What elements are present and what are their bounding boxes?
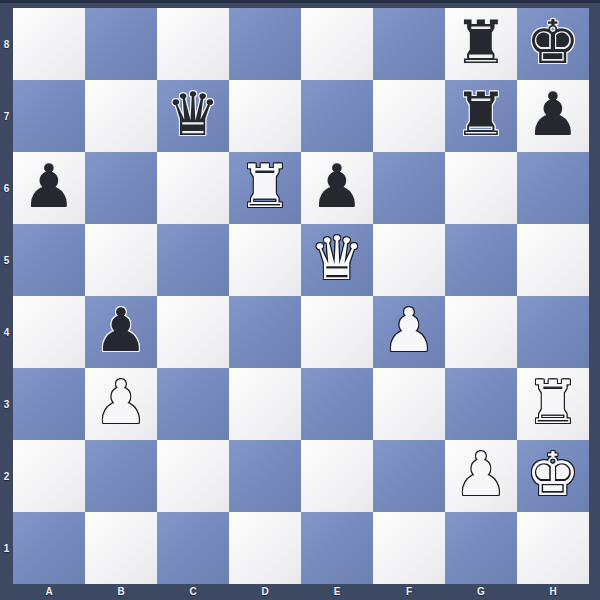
square-h2[interactable]: ♚ [517,440,589,512]
file-label-c: C [157,584,229,600]
square-a5[interactable] [13,224,85,296]
rank-label-8: 8 [0,8,13,80]
square-a3[interactable] [13,368,85,440]
black-queen[interactable]: ♛ [166,84,220,144]
rank-label-4: 4 [0,296,13,368]
file-label-g: G [445,584,517,600]
square-b5[interactable] [85,224,157,296]
square-b1[interactable] [85,512,157,584]
square-c1[interactable] [157,512,229,584]
file-label-f: F [373,584,445,600]
rank-label-2: 2 [0,440,13,512]
square-e2[interactable] [301,440,373,512]
square-h7[interactable]: ♟ [517,80,589,152]
square-d3[interactable] [229,368,301,440]
black-rook[interactable]: ♜ [454,84,508,144]
square-c3[interactable] [157,368,229,440]
square-e3[interactable] [301,368,373,440]
square-g5[interactable] [445,224,517,296]
square-c8[interactable] [157,8,229,80]
square-d1[interactable] [229,512,301,584]
square-a2[interactable] [13,440,85,512]
square-c6[interactable] [157,152,229,224]
chess-board[interactable]: ♜♚♛♜♟♟♜♟♛♟♟♟♜♟♚ [13,8,589,584]
file-label-h: H [517,584,589,600]
square-f1[interactable] [373,512,445,584]
square-c2[interactable] [157,440,229,512]
white-pawn[interactable]: ♟ [382,300,436,360]
black-pawn[interactable]: ♟ [22,156,76,216]
square-e7[interactable] [301,80,373,152]
square-d8[interactable] [229,8,301,80]
black-king[interactable]: ♚ [526,12,580,72]
square-h8[interactable]: ♚ [517,8,589,80]
file-label-a: A [13,584,85,600]
file-label-e: E [301,584,373,600]
square-g8[interactable]: ♜ [445,8,517,80]
square-c7[interactable]: ♛ [157,80,229,152]
white-king[interactable]: ♚ [526,444,580,504]
square-h3[interactable]: ♜ [517,368,589,440]
square-a8[interactable] [13,8,85,80]
square-d6[interactable]: ♜ [229,152,301,224]
black-pawn[interactable]: ♟ [94,300,148,360]
square-b6[interactable] [85,152,157,224]
square-b4[interactable]: ♟ [85,296,157,368]
square-h4[interactable] [517,296,589,368]
square-g6[interactable] [445,152,517,224]
square-g3[interactable] [445,368,517,440]
black-rook[interactable]: ♜ [454,12,508,72]
square-a1[interactable] [13,512,85,584]
square-f3[interactable] [373,368,445,440]
square-b7[interactable] [85,80,157,152]
square-e5[interactable]: ♛ [301,224,373,296]
square-a6[interactable]: ♟ [13,152,85,224]
square-a4[interactable] [13,296,85,368]
white-rook[interactable]: ♜ [238,156,292,216]
square-f5[interactable] [373,224,445,296]
square-c5[interactable] [157,224,229,296]
file-label-d: D [229,584,301,600]
square-h5[interactable] [517,224,589,296]
chess-diagram: 87654321 ♜♚♛♜♟♟♜♟♛♟♟♟♜♟♚ ABCDEFGH [0,0,600,600]
file-labels: ABCDEFGH [13,584,589,600]
square-g7[interactable]: ♜ [445,80,517,152]
square-d2[interactable] [229,440,301,512]
rank-label-7: 7 [0,80,13,152]
square-f8[interactable] [373,8,445,80]
square-e4[interactable] [301,296,373,368]
rank-label-5: 5 [0,224,13,296]
square-d5[interactable] [229,224,301,296]
rank-labels: 87654321 [0,8,13,584]
square-g4[interactable] [445,296,517,368]
square-b3[interactable]: ♟ [85,368,157,440]
square-e1[interactable] [301,512,373,584]
square-h1[interactable] [517,512,589,584]
square-g1[interactable] [445,512,517,584]
square-f7[interactable] [373,80,445,152]
white-pawn[interactable]: ♟ [454,444,508,504]
file-label-b: B [85,584,157,600]
square-f4[interactable]: ♟ [373,296,445,368]
square-d4[interactable] [229,296,301,368]
rank-label-1: 1 [0,512,13,584]
square-g2[interactable]: ♟ [445,440,517,512]
white-queen[interactable]: ♛ [310,228,364,288]
square-f2[interactable] [373,440,445,512]
square-c4[interactable] [157,296,229,368]
square-b2[interactable] [85,440,157,512]
black-pawn[interactable]: ♟ [310,156,364,216]
white-rook[interactable]: ♜ [526,372,580,432]
square-h6[interactable] [517,152,589,224]
black-pawn[interactable]: ♟ [526,84,580,144]
white-pawn[interactable]: ♟ [94,372,148,432]
square-b8[interactable] [85,8,157,80]
square-e6[interactable]: ♟ [301,152,373,224]
square-a7[interactable] [13,80,85,152]
square-e8[interactable] [301,8,373,80]
square-d7[interactable] [229,80,301,152]
rank-label-3: 3 [0,368,13,440]
rank-label-6: 6 [0,152,13,224]
square-f6[interactable] [373,152,445,224]
